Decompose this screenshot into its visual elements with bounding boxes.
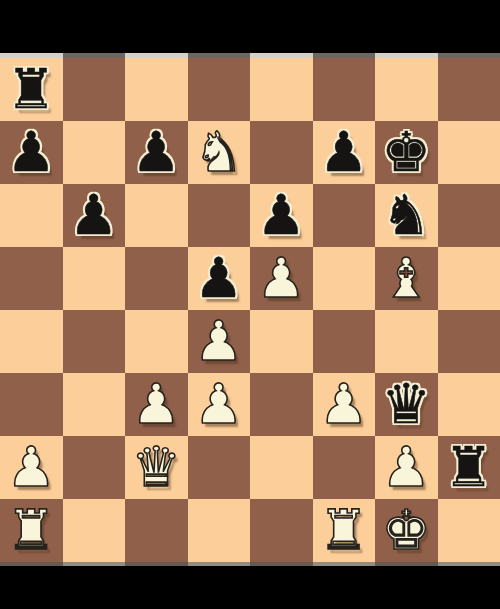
square-c1[interactable]: [125, 499, 188, 562]
white-pawn[interactable]: ♟: [257, 247, 306, 310]
black-queen[interactable]: ♛: [382, 373, 431, 436]
square-b4[interactable]: [63, 310, 126, 373]
white-pawn[interactable]: ♟: [7, 436, 56, 499]
square-g6[interactable]: ♞: [375, 184, 438, 247]
white-rook[interactable]: ♜: [7, 499, 56, 562]
square-b3[interactable]: [63, 373, 126, 436]
square-d7[interactable]: ♞: [188, 121, 251, 184]
square-a8[interactable]: ♜: [0, 58, 63, 121]
square-c6[interactable]: [125, 184, 188, 247]
black-pawn[interactable]: ♟: [319, 121, 368, 184]
square-f8[interactable]: [313, 58, 376, 121]
square-b8[interactable]: [63, 58, 126, 121]
square-c8[interactable]: [125, 58, 188, 121]
square-f5[interactable]: [313, 247, 376, 310]
square-g8[interactable]: [375, 58, 438, 121]
square-h1[interactable]: [438, 499, 500, 562]
square-b2[interactable]: [63, 436, 126, 499]
square-g3[interactable]: ♛: [375, 373, 438, 436]
white-pawn[interactable]: ♟: [194, 310, 243, 373]
white-king[interactable]: ♚: [382, 499, 431, 562]
square-d3[interactable]: ♟: [188, 373, 251, 436]
white-bishop[interactable]: ♝: [382, 247, 431, 310]
white-rook[interactable]: ♜: [319, 499, 368, 562]
square-h7[interactable]: [438, 121, 500, 184]
square-a4[interactable]: [0, 310, 63, 373]
white-queen[interactable]: ♛: [132, 436, 181, 499]
black-pawn[interactable]: ♟: [194, 247, 243, 310]
square-c4[interactable]: [125, 310, 188, 373]
square-e7[interactable]: [250, 121, 313, 184]
white-pawn[interactable]: ♟: [194, 373, 243, 436]
square-h4[interactable]: [438, 310, 500, 373]
chess-app-frame: ♜♟♟♞♟♚♟♟♞♟♟♝♟♟♟♟♛♟♛♟♜♜♜♚: [0, 0, 500, 609]
square-f1[interactable]: ♜: [313, 499, 376, 562]
black-pawn[interactable]: ♟: [257, 184, 306, 247]
black-pawn[interactable]: ♟: [132, 121, 181, 184]
top-black-margin: [0, 0, 500, 53]
square-f6[interactable]: [313, 184, 376, 247]
square-e8[interactable]: [250, 58, 313, 121]
square-d4[interactable]: ♟: [188, 310, 251, 373]
square-e4[interactable]: [250, 310, 313, 373]
black-pawn[interactable]: ♟: [69, 184, 118, 247]
square-a7[interactable]: ♟: [0, 121, 63, 184]
black-king[interactable]: ♚: [382, 121, 431, 184]
square-c7[interactable]: ♟: [125, 121, 188, 184]
square-g1[interactable]: ♚: [375, 499, 438, 562]
square-g2[interactable]: ♟: [375, 436, 438, 499]
square-g4[interactable]: [375, 310, 438, 373]
square-e2[interactable]: [250, 436, 313, 499]
square-d8[interactable]: [188, 58, 251, 121]
white-pawn[interactable]: ♟: [319, 373, 368, 436]
square-c2[interactable]: ♛: [125, 436, 188, 499]
chess-board: ♜♟♟♞♟♚♟♟♞♟♟♝♟♟♟♟♛♟♛♟♜♜♜♚: [0, 58, 500, 562]
square-f7[interactable]: ♟: [313, 121, 376, 184]
square-d6[interactable]: [188, 184, 251, 247]
square-a5[interactable]: [0, 247, 63, 310]
square-h5[interactable]: [438, 247, 500, 310]
square-g5[interactable]: ♝: [375, 247, 438, 310]
square-a6[interactable]: [0, 184, 63, 247]
square-a2[interactable]: ♟: [0, 436, 63, 499]
square-e1[interactable]: [250, 499, 313, 562]
square-d2[interactable]: [188, 436, 251, 499]
white-knight[interactable]: ♞: [194, 121, 243, 184]
black-pawn[interactable]: ♟: [7, 121, 56, 184]
bottom-black-margin: [0, 566, 500, 609]
square-g7[interactable]: ♚: [375, 121, 438, 184]
square-e3[interactable]: [250, 373, 313, 436]
square-b1[interactable]: [63, 499, 126, 562]
square-f3[interactable]: ♟: [313, 373, 376, 436]
black-rook[interactable]: ♜: [7, 58, 56, 121]
square-h8[interactable]: [438, 58, 500, 121]
square-b5[interactable]: [63, 247, 126, 310]
square-a3[interactable]: [0, 373, 63, 436]
square-e5[interactable]: ♟: [250, 247, 313, 310]
square-h3[interactable]: [438, 373, 500, 436]
white-pawn[interactable]: ♟: [132, 373, 181, 436]
square-b6[interactable]: ♟: [63, 184, 126, 247]
square-e6[interactable]: ♟: [250, 184, 313, 247]
square-h2[interactable]: ♜: [438, 436, 500, 499]
square-f4[interactable]: [313, 310, 376, 373]
white-pawn[interactable]: ♟: [382, 436, 431, 499]
square-f2[interactable]: [313, 436, 376, 499]
square-a1[interactable]: ♜: [0, 499, 63, 562]
square-b7[interactable]: [63, 121, 126, 184]
square-c5[interactable]: [125, 247, 188, 310]
square-c3[interactable]: ♟: [125, 373, 188, 436]
square-h6[interactable]: [438, 184, 500, 247]
black-knight[interactable]: ♞: [382, 184, 431, 247]
square-d5[interactable]: ♟: [188, 247, 251, 310]
black-rook[interactable]: ♜: [444, 436, 493, 499]
square-d1[interactable]: [188, 499, 251, 562]
